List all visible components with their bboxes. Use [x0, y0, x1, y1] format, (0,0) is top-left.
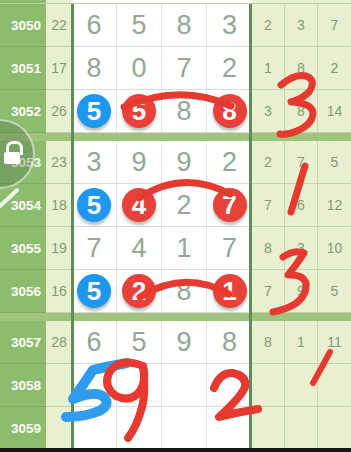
group-separator-band	[0, 133, 351, 141]
digit-cell: 6	[72, 4, 117, 47]
draw-row-3058: 3058	[0, 364, 351, 407]
period-label: 3050	[0, 4, 46, 47]
digit-cell: 1	[162, 227, 207, 270]
sum-value: 18	[46, 184, 72, 227]
digit-cell	[117, 364, 162, 407]
stat-value: 14	[318, 90, 351, 133]
stat-value: 2	[252, 141, 285, 184]
digit-cell: 8	[72, 47, 117, 90]
digit-cell	[72, 364, 117, 407]
stat-value	[285, 407, 318, 450]
digit-cell: 7	[207, 227, 252, 270]
red-circled-digit[interactable]: 1	[213, 274, 247, 308]
stat-value: 6	[285, 184, 318, 227]
digit-cell	[207, 364, 252, 407]
digit-cell: 3	[72, 141, 117, 184]
digit-cell: 9	[162, 321, 207, 364]
stat-value: 8	[285, 90, 318, 133]
sum-value: 17	[46, 47, 72, 90]
digit-cell: 5	[72, 270, 117, 313]
blue-circled-digit[interactable]: 5	[77, 274, 111, 308]
group-separator-band	[0, 313, 351, 321]
stat-value	[318, 407, 351, 450]
stat-value: 9	[285, 270, 318, 313]
stat-value: 2	[252, 4, 285, 47]
stat-value	[318, 364, 351, 407]
digit-cell: 7	[207, 184, 252, 227]
stat-value: 10	[318, 227, 351, 270]
stat-value	[252, 407, 285, 450]
draw-row-3055: 30551974178310	[0, 227, 351, 270]
lock-icon-body	[4, 152, 20, 164]
stat-value: 3	[252, 90, 285, 133]
blue-circled-digit[interactable]: 5	[77, 188, 111, 222]
draw-row-3056: 3056165281795	[0, 270, 351, 313]
digit-cell	[162, 364, 207, 407]
digit-cell: 5	[72, 90, 117, 133]
digit-cell: 2	[207, 47, 252, 90]
stat-value: 11	[318, 321, 351, 364]
red-circled-digit[interactable]: 5	[122, 94, 156, 128]
red-circled-digit[interactable]: 4	[122, 188, 156, 222]
sum-value: 16	[46, 270, 72, 313]
sum-value: 28	[46, 321, 72, 364]
draw-row-3053: 3053233992275	[0, 141, 351, 184]
digit-cell: 9	[162, 141, 207, 184]
digit-cell: 2	[162, 184, 207, 227]
separator-line-right	[249, 4, 252, 450]
digit-cell: 7	[162, 47, 207, 90]
digit-cell: 7	[72, 227, 117, 270]
stat-value: 8	[252, 227, 285, 270]
sum-value: 22	[46, 4, 72, 47]
draw-row-3054: 30541854277612	[0, 184, 351, 227]
sum-value: 23	[46, 141, 72, 184]
period-label: 3056	[0, 270, 46, 313]
digit-cell: 5	[72, 184, 117, 227]
draw-row-3051: 3051178072182	[0, 47, 351, 90]
stat-value: 8	[252, 321, 285, 364]
stat-value: 3	[285, 4, 318, 47]
digit-cell	[117, 407, 162, 450]
digit-cell: 2	[207, 141, 252, 184]
digit-cell	[162, 407, 207, 450]
digit-cell: 8	[207, 90, 252, 133]
stat-value: 1	[285, 321, 318, 364]
period-label: 3057	[0, 321, 46, 364]
stat-value: 5	[318, 270, 351, 313]
draw-row-3050: 3050226583237	[0, 4, 351, 47]
period-label: 3054	[0, 184, 46, 227]
period-label: 3055	[0, 227, 46, 270]
digit-cell: 5	[117, 321, 162, 364]
period-label: 3058	[0, 364, 46, 407]
red-circled-digit[interactable]: 2	[122, 274, 156, 308]
stat-value	[252, 364, 285, 407]
stat-value: 2	[318, 47, 351, 90]
period-label: 3051	[0, 47, 46, 90]
stat-value: 8	[285, 47, 318, 90]
period-label: 3059	[0, 407, 46, 450]
stat-value: 3	[285, 227, 318, 270]
digit-cell: 5	[117, 90, 162, 133]
digit-cell: 0	[117, 47, 162, 90]
red-circled-digit[interactable]: 8	[213, 94, 247, 128]
digit-cell: 4	[117, 184, 162, 227]
digit-cell: 4	[117, 227, 162, 270]
digit-cell	[207, 407, 252, 450]
draw-row-3059: 3059	[0, 407, 351, 450]
stat-value: 7	[252, 270, 285, 313]
draw-table: 3050226583237305117807218230522655883814…	[0, 4, 351, 450]
digit-cell: 8	[162, 90, 207, 133]
stat-value: 7	[318, 4, 351, 47]
stat-value: 5	[318, 141, 351, 184]
separator-line-left	[71, 4, 74, 450]
stat-value	[285, 364, 318, 407]
sum-value	[46, 364, 72, 407]
draw-row-3057: 30572865988111	[0, 321, 351, 364]
bottom-black-bar	[0, 448, 351, 452]
sum-value	[46, 407, 72, 450]
lottery-trend-screen: 3050226583237305117807218230522655883814…	[0, 0, 351, 452]
digit-cell: 3	[207, 4, 252, 47]
digit-cell: 6	[72, 321, 117, 364]
digit-cell: 9	[117, 141, 162, 184]
digit-cell: 8	[207, 321, 252, 364]
stat-value: 12	[318, 184, 351, 227]
digit-cell: 5	[117, 4, 162, 47]
blue-circled-digit[interactable]: 5	[77, 94, 111, 128]
digit-cell: 2	[117, 270, 162, 313]
digit-cell: 1	[207, 270, 252, 313]
digit-cell	[72, 407, 117, 450]
draw-row-3052: 30522655883814	[0, 90, 351, 133]
stat-value: 7	[252, 184, 285, 227]
digit-cell: 8	[162, 4, 207, 47]
sum-value: 19	[46, 227, 72, 270]
digit-cell: 8	[162, 270, 207, 313]
red-circled-digit[interactable]: 7	[213, 188, 247, 222]
stat-value: 1	[252, 47, 285, 90]
sum-value: 26	[46, 90, 72, 133]
stat-value: 7	[285, 141, 318, 184]
